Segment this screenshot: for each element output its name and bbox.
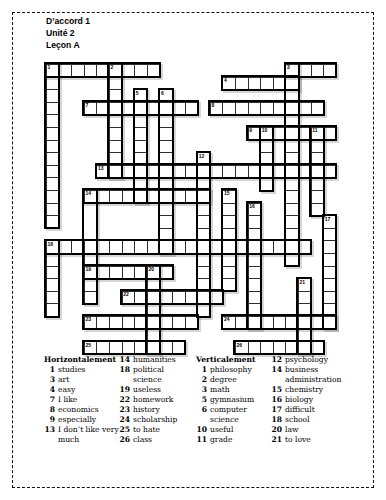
clue-number: 16 <box>268 395 282 405</box>
clue-text: philosophy <box>210 365 252 375</box>
clue-item: 4easy <box>41 385 119 395</box>
cell-number: 4 <box>224 78 227 83</box>
clue-item: 14business <box>268 365 341 375</box>
clue-column-4: 12psychology14businessadministration15ch… <box>268 355 341 445</box>
cell-number: 11 <box>312 128 317 133</box>
across-word-outline <box>221 314 338 330</box>
clue-item: 3art <box>41 375 119 385</box>
clue-wrap-line: administration <box>268 375 341 385</box>
down-word-outline <box>322 214 338 331</box>
clue-item: 20law <box>268 425 341 435</box>
cell-number: 23 <box>85 317 91 322</box>
clue-item: 13I don’t like very <box>41 425 119 435</box>
cell-number: 9 <box>249 128 252 133</box>
clue-item: 1studies <box>41 365 119 375</box>
across-word-outline <box>82 314 199 330</box>
clue-item: 9especially <box>41 415 119 425</box>
clue-item: 12psychology <box>268 355 341 365</box>
clue-number: 22 <box>116 395 130 405</box>
down-word-outline <box>44 239 60 318</box>
clue-number: 14 <box>268 365 282 375</box>
clue-text: studies <box>58 365 86 375</box>
clue-number: 21 <box>268 435 282 445</box>
clue-number: 1 <box>41 365 55 375</box>
clue-column-1: Horizontalement1studies3art4easy7I like8… <box>41 355 119 445</box>
clue-number: 10 <box>193 425 207 435</box>
down-word-outline <box>221 188 237 292</box>
down-word-outline <box>246 201 262 330</box>
cell-number: 21 <box>300 280 306 285</box>
clue-number: 18 <box>116 365 130 375</box>
cell-number: 5 <box>136 91 139 96</box>
clue-text: difficult <box>285 405 315 415</box>
clue-text: chemistry <box>285 385 323 395</box>
cell-number: 14 <box>85 191 91 196</box>
clue-number: 3 <box>193 385 207 395</box>
clue-item: 15chemistry <box>268 385 341 395</box>
across-word-outline <box>208 100 325 116</box>
clue-number: 2 <box>193 375 207 385</box>
down-word-outline <box>158 88 174 255</box>
clue-number: 13 <box>41 425 55 435</box>
clue-number: 17 <box>268 405 282 415</box>
clue-number: 12 <box>268 355 282 365</box>
clue-text: math <box>210 385 230 395</box>
clue-text: history <box>133 405 160 415</box>
clue-text: I don’t like very <box>58 425 119 435</box>
down-word-outline <box>133 88 149 205</box>
clue-text: grade <box>210 435 232 445</box>
clue-column-3: Verticalement1philosophy2degree3math5gym… <box>193 355 256 445</box>
clue-item: 14humanities <box>116 355 177 365</box>
clue-number: 11 <box>193 435 207 445</box>
clue-item: 17difficult <box>268 405 341 415</box>
cell-number: 15 <box>224 191 230 196</box>
cell-number: 1 <box>48 65 51 70</box>
clue-item: 18political <box>116 365 177 375</box>
cell-number: 8 <box>211 103 214 108</box>
cell-number: 20 <box>148 267 154 272</box>
clue-number: 19 <box>116 385 130 395</box>
clue-item: 18school <box>268 415 341 425</box>
cell-number: 13 <box>98 166 104 171</box>
clue-text: I like <box>58 395 77 405</box>
across-word-outline <box>82 340 186 356</box>
clue-text: easy <box>58 385 75 395</box>
clue-item: 23history <box>116 405 177 415</box>
cell-number: 24 <box>224 317 230 322</box>
cell-number: 10 <box>262 128 268 133</box>
clue-header-label: Verticalement <box>193 355 256 365</box>
clue-wrap-line: science <box>116 375 177 385</box>
down-word-outline <box>82 188 98 305</box>
clue-text: especially <box>58 415 96 425</box>
cell-number: 26 <box>237 343 243 348</box>
cell-number: 18 <box>48 242 54 247</box>
clue-item: 26class <box>116 435 177 445</box>
down-word-outline <box>196 151 212 318</box>
clue-number: 20 <box>268 425 282 435</box>
clue-column-2: 14humanities18politicalscience19useless2… <box>116 355 177 445</box>
clue-item: 7I like <box>41 395 119 405</box>
clue-item: 2degree <box>193 375 256 385</box>
clue-text: degree <box>210 375 237 385</box>
clue-item: 1philosophy <box>193 365 256 375</box>
clue-item: 16biology <box>268 395 341 405</box>
cell-number: 19 <box>85 267 91 272</box>
clue-text: science <box>193 415 239 425</box>
clue-number: 6 <box>193 405 207 415</box>
clue-text: homework <box>133 395 173 405</box>
down-word-outline <box>296 277 312 356</box>
clue-text: psychology <box>285 355 328 365</box>
clue-text: administration <box>268 375 341 385</box>
cell-number: 3 <box>287 65 290 70</box>
clue-text: to love <box>285 435 311 445</box>
clue-number: 26 <box>116 435 130 445</box>
clue-item: 25to hate <box>116 425 177 435</box>
clue-text: political <box>133 365 164 375</box>
clue-item: 8economics <box>41 405 119 415</box>
clue-text: useful <box>210 425 233 435</box>
clue-item: 6computer <box>193 405 256 415</box>
clue-number: 5 <box>193 395 207 405</box>
clue-text: humanities <box>133 355 176 365</box>
clue-text: economics <box>58 405 99 415</box>
down-word-outline <box>284 62 300 267</box>
clue-text: art <box>58 375 69 385</box>
clue-item: 24scholarship <box>116 415 177 425</box>
down-word-outline <box>309 125 325 216</box>
clue-item: 3math <box>193 385 256 395</box>
clue-text: biology <box>285 395 313 405</box>
cell-number: 6 <box>161 91 164 96</box>
clue-text: business <box>285 365 318 375</box>
across-word-outline <box>44 62 161 78</box>
down-word-outline <box>44 62 60 229</box>
across-word-outline <box>95 163 338 179</box>
clue-wrap-line: science <box>193 415 256 425</box>
clue-number: 3 <box>41 375 55 385</box>
clue-wrap-line: much <box>41 435 119 445</box>
cell-number: 7 <box>85 103 88 108</box>
clue-number: 14 <box>116 355 130 365</box>
cell-number: 22 <box>123 292 129 297</box>
worksheet-page: D’accord 1 Unité 2 Leçon A 1234567891011… <box>0 0 386 500</box>
clue-item: 21to love <box>268 435 341 445</box>
clue-number: 8 <box>41 405 55 415</box>
cell-number: 17 <box>325 217 331 222</box>
clue-number: 9 <box>41 415 55 425</box>
clue-number: 4 <box>41 385 55 395</box>
clue-list-header: Horizontalement <box>41 355 119 365</box>
clue-number: 23 <box>116 405 130 415</box>
clue-item: 10useful <box>193 425 256 435</box>
clue-number: 15 <box>268 385 282 395</box>
clue-header-label: Horizontalement <box>41 355 116 365</box>
clue-item: 22homework <box>116 395 177 405</box>
clue-number: 1 <box>193 365 207 375</box>
clue-text: to hate <box>133 425 160 435</box>
clue-item: 11grade <box>193 435 256 445</box>
clue-number: 7 <box>41 395 55 405</box>
clue-text: class <box>133 435 152 445</box>
clue-text: law <box>285 425 298 435</box>
clue-number: 24 <box>116 415 130 425</box>
clue-text: useless <box>133 385 161 395</box>
down-word-outline <box>145 264 161 355</box>
cell-number: 25 <box>85 343 91 348</box>
clue-item: 5gymnasium <box>193 395 256 405</box>
clue-text: science <box>116 375 162 385</box>
clue-list-header: Verticalement <box>193 355 256 365</box>
clue-text: computer <box>210 405 247 415</box>
clue-text: school <box>285 415 310 425</box>
clue-number: 25 <box>116 425 130 435</box>
down-word-outline <box>259 125 275 191</box>
cell-number: 2 <box>111 65 114 70</box>
clue-item: 19useless <box>116 385 177 395</box>
clue-text: much <box>41 435 79 445</box>
clue-text: gymnasium <box>210 395 254 405</box>
clue-number: 18 <box>268 415 282 425</box>
cell-number: 12 <box>199 154 205 159</box>
down-word-outline <box>107 62 123 179</box>
clue-text: scholarship <box>133 415 177 425</box>
cell-number: 16 <box>249 204 255 209</box>
